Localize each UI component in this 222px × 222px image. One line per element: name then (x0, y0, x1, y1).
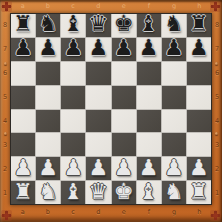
white-pawn[interactable]: ♟ (139, 157, 159, 178)
file-label-bottom-c: c (61, 209, 86, 216)
square-a8[interactable]: ♜ (11, 14, 35, 37)
square-b2[interactable]: ♟ (36, 157, 60, 180)
square-b3[interactable] (36, 133, 60, 156)
square-e8[interactable]: ♚ (112, 14, 136, 37)
square-h5[interactable] (187, 86, 211, 109)
square-b5[interactable] (36, 86, 60, 109)
square-a3[interactable] (11, 133, 35, 156)
white-knight[interactable]: ♞ (38, 181, 58, 202)
white-pawn[interactable]: ♟ (38, 157, 58, 178)
square-e6[interactable] (112, 62, 136, 85)
black-king[interactable]: ♚ (114, 14, 134, 35)
rank-label-left-6: 6 (0, 61, 10, 85)
white-bishop[interactable]: ♝ (139, 181, 159, 202)
square-b1[interactable]: ♞ (36, 181, 60, 204)
rank-label-right-7: 7 (212, 37, 222, 61)
square-e2[interactable]: ♟ (112, 157, 136, 180)
square-h8[interactable]: ♜ (187, 14, 211, 37)
square-g1[interactable]: ♞ (162, 181, 186, 204)
square-g2[interactable]: ♟ (162, 157, 186, 180)
black-pawn[interactable]: ♟ (38, 38, 58, 59)
square-c8[interactable]: ♝ (61, 14, 85, 37)
rank-label-right-1: 1 (212, 181, 222, 205)
square-c2[interactable]: ♟ (61, 157, 85, 180)
square-c6[interactable] (61, 62, 85, 85)
black-bishop[interactable]: ♝ (63, 14, 83, 35)
square-b8[interactable]: ♞ (36, 14, 60, 37)
file-label-top-e: e (111, 3, 136, 10)
black-rook[interactable]: ♜ (189, 14, 209, 35)
file-label-top-d: d (86, 3, 111, 10)
square-f1[interactable]: ♝ (137, 181, 161, 204)
file-label-top-g: g (162, 3, 187, 10)
black-pawn[interactable]: ♟ (139, 38, 159, 59)
white-bishop[interactable]: ♝ (63, 181, 83, 202)
rank-label-left-4: 4 (0, 109, 10, 133)
chess-board: ♜♞♝♛♚♝♞♜♟♟♟♟♟♟♟♟♟♟♟♟♟♟♟♟♜♞♝♛♚♝♞♜ (10, 13, 212, 205)
square-d5[interactable] (86, 86, 110, 109)
square-f2[interactable]: ♟ (137, 157, 161, 180)
square-d1[interactable]: ♛ (86, 181, 110, 204)
white-queen[interactable]: ♛ (89, 181, 109, 202)
file-label-bottom-a: a (10, 209, 35, 216)
square-d3[interactable] (86, 133, 110, 156)
square-f5[interactable] (137, 86, 161, 109)
white-pawn[interactable]: ♟ (189, 157, 209, 178)
black-rook[interactable]: ♜ (13, 14, 33, 35)
white-pawn[interactable]: ♟ (89, 157, 109, 178)
rank-label-right-6: 6 (212, 61, 222, 85)
square-c3[interactable] (61, 133, 85, 156)
white-pawn[interactable]: ♟ (13, 157, 33, 178)
file-label-bottom-g: g (162, 209, 187, 216)
square-c7[interactable]: ♟ (61, 38, 85, 61)
square-g3[interactable] (162, 133, 186, 156)
square-d8[interactable]: ♛ (86, 14, 110, 37)
file-label-top-b: b (35, 3, 60, 10)
square-h7[interactable]: ♟ (187, 38, 211, 61)
square-a6[interactable] (11, 62, 35, 85)
white-pawn[interactable]: ♟ (114, 157, 134, 178)
square-c4[interactable] (61, 110, 85, 133)
square-h2[interactable]: ♟ (187, 157, 211, 180)
square-f6[interactable] (137, 62, 161, 85)
black-pawn[interactable]: ♟ (164, 38, 184, 59)
square-h4[interactable] (187, 110, 211, 133)
file-label-top-f: f (136, 3, 161, 10)
file-label-bottom-f: f (136, 209, 161, 216)
square-a7[interactable]: ♟ (11, 38, 35, 61)
white-pawn[interactable]: ♟ (63, 157, 83, 178)
square-h6[interactable] (187, 62, 211, 85)
white-pawn[interactable]: ♟ (164, 157, 184, 178)
white-rook[interactable]: ♜ (13, 181, 33, 202)
square-h1[interactable]: ♜ (187, 181, 211, 204)
square-a2[interactable]: ♟ (11, 157, 35, 180)
black-pawn[interactable]: ♟ (114, 38, 134, 59)
black-knight[interactable]: ♞ (164, 14, 184, 35)
file-label-top-c: c (61, 3, 86, 10)
file-label-top-a: a (10, 3, 35, 10)
square-e4[interactable] (112, 110, 136, 133)
black-pawn[interactable]: ♟ (89, 38, 109, 59)
file-label-top-h: h (187, 3, 212, 10)
rank-label-left-8: 8 (0, 13, 10, 37)
square-e7[interactable]: ♟ (112, 38, 136, 61)
white-knight[interactable]: ♞ (164, 181, 184, 202)
square-e1[interactable]: ♚ (112, 181, 136, 204)
square-f4[interactable] (137, 110, 161, 133)
file-label-bottom-b: b (35, 209, 60, 216)
square-f8[interactable]: ♝ (137, 14, 161, 37)
square-d4[interactable] (86, 110, 110, 133)
black-queen[interactable]: ♛ (89, 14, 109, 35)
square-b7[interactable]: ♟ (36, 38, 60, 61)
file-label-bottom-e: e (111, 209, 136, 216)
square-c5[interactable] (61, 86, 85, 109)
square-g4[interactable] (162, 110, 186, 133)
square-e5[interactable] (112, 86, 136, 109)
chess-app-window: ♜♞♝♛♚♝♞♜♟♟♟♟♟♟♟♟♟♟♟♟♟♟♟♟♜♞♝♛♚♝♞♜ aa88bb7… (0, 0, 222, 222)
file-label-bottom-d: d (86, 209, 111, 216)
rank-label-left-1: 1 (0, 181, 10, 205)
rank-label-right-2: 2 (212, 157, 222, 181)
square-d7[interactable]: ♟ (86, 38, 110, 61)
square-b4[interactable] (36, 110, 60, 133)
square-d2[interactable]: ♟ (86, 157, 110, 180)
square-g5[interactable] (162, 86, 186, 109)
rank-label-right-3: 3 (212, 133, 222, 157)
black-pawn[interactable]: ♟ (189, 38, 209, 59)
square-g7[interactable]: ♟ (162, 38, 186, 61)
white-rook[interactable]: ♜ (189, 181, 209, 202)
rank-label-left-5: 5 (0, 85, 10, 109)
square-a5[interactable] (11, 86, 35, 109)
black-knight[interactable]: ♞ (38, 14, 58, 35)
square-e3[interactable] (112, 133, 136, 156)
black-pawn[interactable]: ♟ (13, 38, 33, 59)
black-bishop[interactable]: ♝ (139, 14, 159, 35)
square-a4[interactable] (11, 110, 35, 133)
rank-label-right-5: 5 (212, 85, 222, 109)
square-c1[interactable]: ♝ (61, 181, 85, 204)
rank-label-left-2: 2 (0, 157, 10, 181)
square-f7[interactable]: ♟ (137, 38, 161, 61)
rank-label-right-4: 4 (212, 109, 222, 133)
white-king[interactable]: ♚ (114, 181, 134, 202)
square-f3[interactable] (137, 133, 161, 156)
square-a1[interactable]: ♜ (11, 181, 35, 204)
black-pawn[interactable]: ♟ (63, 38, 83, 59)
square-g8[interactable]: ♞ (162, 14, 186, 37)
square-d6[interactable] (86, 62, 110, 85)
square-g6[interactable] (162, 62, 186, 85)
square-b6[interactable] (36, 62, 60, 85)
square-h3[interactable] (187, 133, 211, 156)
rank-label-left-3: 3 (0, 133, 10, 157)
rank-label-right-8: 8 (212, 13, 222, 37)
file-label-bottom-h: h (187, 209, 212, 216)
rank-label-left-7: 7 (0, 37, 10, 61)
